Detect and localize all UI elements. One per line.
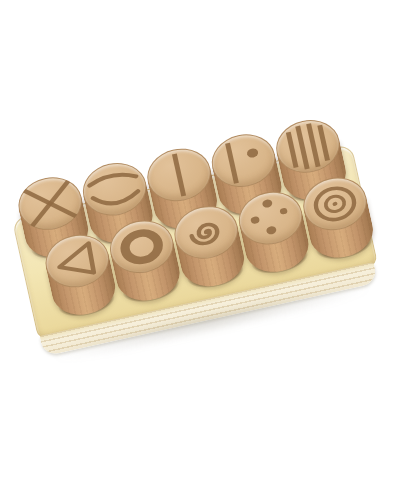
tray <box>12 144 383 367</box>
socket-r2c5[interactable] <box>301 189 379 264</box>
product-photo-scene <box>0 0 400 498</box>
